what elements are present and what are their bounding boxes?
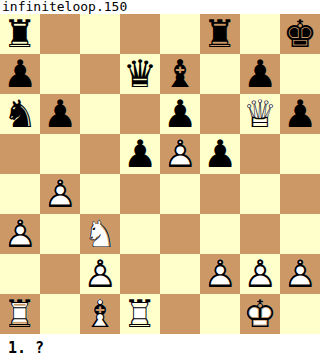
- square-d1[interactable]: ♜♖: [120, 294, 160, 334]
- square-f7[interactable]: [200, 54, 240, 94]
- square-e7[interactable]: ♝: [160, 54, 200, 94]
- white-pawn: ♟♙: [160, 134, 200, 174]
- square-b5[interactable]: [40, 134, 80, 174]
- square-h4[interactable]: [280, 174, 320, 214]
- white-rook: ♜♖: [0, 294, 40, 334]
- white-piece-outline: ♙: [0, 214, 40, 254]
- square-h7[interactable]: [280, 54, 320, 94]
- black-piece-glyph: ♜: [0, 14, 40, 54]
- white-piece-outline: ♙: [280, 254, 320, 294]
- square-e1[interactable]: [160, 294, 200, 334]
- square-d2[interactable]: [120, 254, 160, 294]
- square-c3[interactable]: ♞♘: [80, 214, 120, 254]
- square-b1[interactable]: [40, 294, 80, 334]
- square-a6[interactable]: ♞: [0, 94, 40, 134]
- black-king: ♚: [280, 14, 320, 54]
- black-piece-glyph: ♟: [0, 54, 40, 94]
- black-pawn: ♟: [0, 54, 40, 94]
- square-h1[interactable]: [280, 294, 320, 334]
- white-pawn: ♟♙: [0, 214, 40, 254]
- white-knight: ♞♘: [80, 214, 120, 254]
- black-piece-glyph: ♟: [120, 134, 160, 174]
- black-piece-glyph: ♜: [200, 14, 240, 54]
- square-c4[interactable]: [80, 174, 120, 214]
- black-rook: ♜: [0, 14, 40, 54]
- square-e4[interactable]: [160, 174, 200, 214]
- white-piece-outline: ♙: [240, 254, 280, 294]
- white-piece-outline: ♗: [80, 294, 120, 334]
- square-d5[interactable]: ♟: [120, 134, 160, 174]
- square-f6[interactable]: [200, 94, 240, 134]
- square-g8[interactable]: [240, 14, 280, 54]
- black-piece-glyph: ♞: [0, 94, 40, 134]
- black-pawn: ♟: [160, 94, 200, 134]
- square-b8[interactable]: [40, 14, 80, 54]
- white-piece-outline: ♖: [120, 294, 160, 334]
- black-pawn: ♟: [40, 94, 80, 134]
- square-h8[interactable]: ♚: [280, 14, 320, 54]
- square-c1[interactable]: ♝♗: [80, 294, 120, 334]
- white-piece-outline: ♔: [240, 294, 280, 334]
- white-piece-outline: ♙: [200, 254, 240, 294]
- white-queen: ♛♕: [240, 94, 280, 134]
- black-pawn: ♟: [280, 94, 320, 134]
- square-h2[interactable]: ♟♙: [280, 254, 320, 294]
- square-g2[interactable]: ♟♙: [240, 254, 280, 294]
- square-e3[interactable]: [160, 214, 200, 254]
- white-pawn: ♟♙: [40, 174, 80, 214]
- square-g1[interactable]: ♚♔: [240, 294, 280, 334]
- square-e6[interactable]: ♟: [160, 94, 200, 134]
- chess-board: ♜♜♚♟♛♝♟♞♟♟♛♕♟♟♟♙♟♟♙♟♙♞♘♟♙♟♙♟♙♟♙♜♖♝♗♜♖♚♔: [0, 14, 320, 334]
- square-d8[interactable]: [120, 14, 160, 54]
- white-piece-outline: ♘: [80, 214, 120, 254]
- square-g5[interactable]: [240, 134, 280, 174]
- square-d6[interactable]: [120, 94, 160, 134]
- black-rook: ♜: [200, 14, 240, 54]
- square-c5[interactable]: [80, 134, 120, 174]
- black-queen: ♛: [120, 54, 160, 94]
- white-piece-outline: ♙: [160, 134, 200, 174]
- square-d7[interactable]: ♛: [120, 54, 160, 94]
- square-g4[interactable]: [240, 174, 280, 214]
- square-f2[interactable]: ♟♙: [200, 254, 240, 294]
- square-a5[interactable]: [0, 134, 40, 174]
- square-c8[interactable]: [80, 14, 120, 54]
- white-rook: ♜♖: [120, 294, 160, 334]
- white-pawn: ♟♙: [200, 254, 240, 294]
- black-piece-glyph: ♚: [280, 14, 320, 54]
- black-piece-glyph: ♝: [160, 54, 200, 94]
- white-pawn: ♟♙: [240, 254, 280, 294]
- square-b3[interactable]: [40, 214, 80, 254]
- square-a3[interactable]: ♟♙: [0, 214, 40, 254]
- square-h6[interactable]: ♟: [280, 94, 320, 134]
- square-a4[interactable]: [0, 174, 40, 214]
- square-d4[interactable]: [120, 174, 160, 214]
- square-b2[interactable]: [40, 254, 80, 294]
- square-c7[interactable]: [80, 54, 120, 94]
- square-a2[interactable]: [0, 254, 40, 294]
- square-g7[interactable]: ♟: [240, 54, 280, 94]
- white-king: ♚♔: [240, 294, 280, 334]
- black-pawn: ♟: [120, 134, 160, 174]
- black-piece-glyph: ♛: [120, 54, 160, 94]
- chess-diagram-page: infiniteloop.150 ♜♜♚♟♛♝♟♞♟♟♛♕♟♟♟♙♟♟♙♟♙♞♘…: [0, 0, 320, 357]
- square-a7[interactable]: ♟: [0, 54, 40, 94]
- square-b6[interactable]: ♟: [40, 94, 80, 134]
- white-bishop: ♝♗: [80, 294, 120, 334]
- square-e8[interactable]: [160, 14, 200, 54]
- black-bishop: ♝: [160, 54, 200, 94]
- white-pawn: ♟♙: [280, 254, 320, 294]
- square-d3[interactable]: [120, 214, 160, 254]
- black-pawn: ♟: [240, 54, 280, 94]
- page-title: infiniteloop.150: [0, 0, 320, 14]
- square-g6[interactable]: ♛♕: [240, 94, 280, 134]
- square-e5[interactable]: ♟♙: [160, 134, 200, 174]
- square-b7[interactable]: [40, 54, 80, 94]
- square-f4[interactable]: [200, 174, 240, 214]
- white-pawn: ♟♙: [80, 254, 120, 294]
- square-g3[interactable]: [240, 214, 280, 254]
- black-piece-glyph: ♟: [160, 94, 200, 134]
- move-prompt: 1. ?: [0, 334, 320, 357]
- square-h5[interactable]: [280, 134, 320, 174]
- square-h3[interactable]: [280, 214, 320, 254]
- black-piece-glyph: ♟: [40, 94, 80, 134]
- white-piece-outline: ♕: [240, 94, 280, 134]
- square-f1[interactable]: [200, 294, 240, 334]
- square-e2[interactable]: [160, 254, 200, 294]
- white-piece-outline: ♙: [40, 174, 80, 214]
- square-a1[interactable]: ♜♖: [0, 294, 40, 334]
- black-piece-glyph: ♟: [200, 134, 240, 174]
- black-pawn: ♟: [200, 134, 240, 174]
- black-knight: ♞: [0, 94, 40, 134]
- square-c6[interactable]: [80, 94, 120, 134]
- square-f8[interactable]: ♜: [200, 14, 240, 54]
- white-piece-outline: ♖: [0, 294, 40, 334]
- square-b4[interactable]: ♟♙: [40, 174, 80, 214]
- square-c2[interactable]: ♟♙: [80, 254, 120, 294]
- black-piece-glyph: ♟: [280, 94, 320, 134]
- white-piece-outline: ♙: [80, 254, 120, 294]
- black-piece-glyph: ♟: [240, 54, 280, 94]
- square-f5[interactable]: ♟: [200, 134, 240, 174]
- square-a8[interactable]: ♜: [0, 14, 40, 54]
- square-f3[interactable]: [200, 214, 240, 254]
